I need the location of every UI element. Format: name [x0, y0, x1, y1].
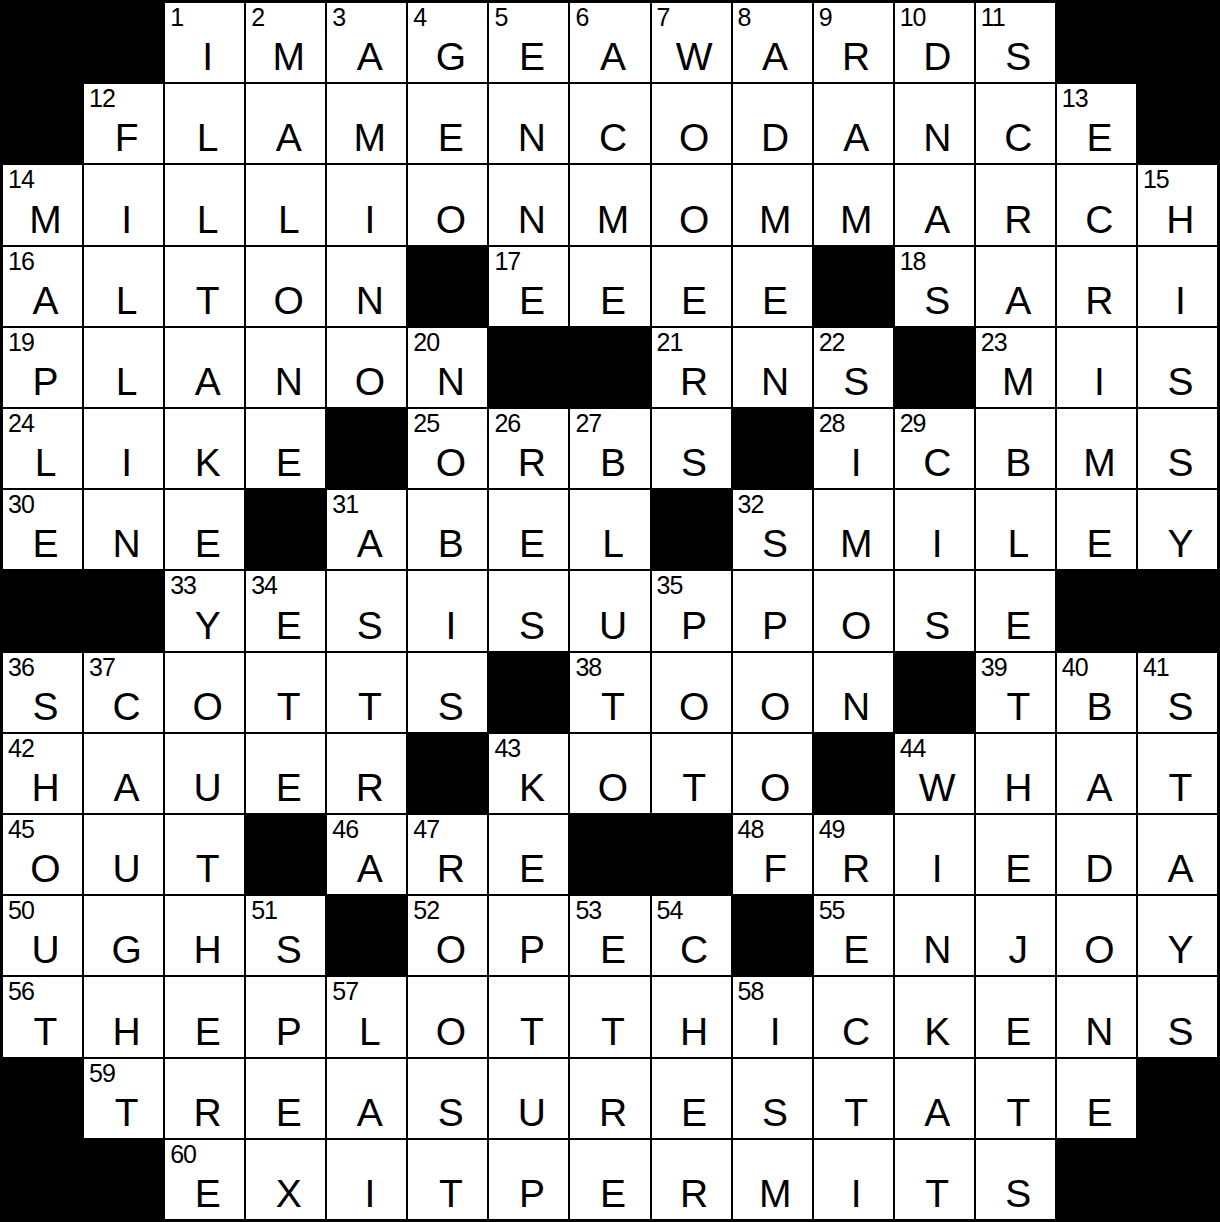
cell-letter: F [739, 849, 812, 888]
cell-letter: M [820, 200, 893, 239]
grid-cell[interactable]: 4G [408, 3, 487, 82]
grid-cell[interactable]: 26R [489, 409, 568, 488]
cell-letter: A [901, 200, 974, 239]
grid-cell[interactable]: N [489, 84, 568, 163]
grid-cell[interactable]: G [84, 896, 163, 975]
grid-cell[interactable]: O [733, 734, 812, 813]
cell-letter: O [658, 200, 731, 239]
cell-letter: P [658, 606, 731, 645]
grid-cell[interactable]: E [489, 490, 568, 569]
cell-letter: O [739, 768, 812, 807]
grid-cell[interactable]: O [652, 84, 731, 163]
grid-cell[interactable]: 54C [652, 896, 731, 975]
grid-cell[interactable]: A [1057, 734, 1136, 813]
cell-letter: S [333, 606, 406, 645]
grid-cell[interactable]: E [652, 1059, 731, 1138]
grid-cell[interactable]: 38T [570, 653, 649, 732]
clue-number: 6 [575, 5, 588, 30]
grid-cell[interactable]: U [84, 815, 163, 894]
grid-cell[interactable]: O [246, 247, 325, 326]
grid-cell[interactable]: S [408, 1059, 487, 1138]
grid-cell[interactable]: E [976, 977, 1055, 1056]
cell-letter: S [495, 606, 568, 645]
cell-letter: L [90, 281, 163, 320]
grid-cell[interactable]: 8A [733, 3, 812, 82]
grid-cell[interactable]: H [652, 977, 731, 1056]
grid-cell[interactable]: 44W [895, 734, 974, 813]
cell-letter: C [1063, 200, 1136, 239]
grid-cell[interactable]: C [570, 84, 649, 163]
cell-letter: T [414, 1174, 487, 1213]
grid-cell[interactable]: P [489, 896, 568, 975]
cell-letter: S [414, 1093, 487, 1132]
grid-cell[interactable]: A [84, 734, 163, 813]
grid-cell[interactable]: R [570, 1059, 649, 1138]
grid-cell[interactable]: 58I [733, 977, 812, 1056]
grid-cell[interactable]: K [165, 409, 244, 488]
grid-cell[interactable]: 56T [3, 977, 82, 1056]
cell-letter: M [576, 200, 649, 239]
grid-cell[interactable]: R [976, 165, 1055, 244]
grid-cell[interactable]: Y [1138, 896, 1217, 975]
cell-letter: L [576, 524, 649, 563]
grid-cell[interactable]: 5E [489, 3, 568, 82]
cell-letter: N [495, 118, 568, 157]
grid-cell[interactable]: N [246, 328, 325, 407]
grid-cell[interactable]: O [652, 165, 731, 244]
cell-letter: T [982, 687, 1055, 726]
cell-letter: I [1063, 362, 1136, 401]
grid-cell[interactable]: S [408, 653, 487, 732]
grid-cell[interactable]: H [976, 734, 1055, 813]
cell-letter: I [739, 1012, 812, 1051]
cell-letter: E [252, 768, 325, 807]
grid-cell[interactable]: N [327, 247, 406, 326]
grid-cell[interactable]: L [976, 490, 1055, 569]
grid-cell[interactable]: E [570, 1140, 649, 1219]
cell-letter: E [171, 1012, 244, 1051]
grid-cell[interactable]: T [165, 815, 244, 894]
cell-letter: O [658, 118, 731, 157]
grid-cell[interactable]: I [814, 1140, 893, 1219]
block-cell [3, 571, 82, 650]
grid-cell[interactable]: 24L [3, 409, 82, 488]
grid-cell[interactable]: 14M [3, 165, 82, 244]
clue-number: 35 [657, 573, 683, 598]
grid-cell[interactable]: T [327, 653, 406, 732]
cell-letter: C [982, 118, 1055, 157]
clue-number: 27 [575, 411, 601, 436]
cell-letter: N [739, 362, 812, 401]
cell-letter: E [1063, 118, 1136, 157]
grid-cell[interactable]: 43K [489, 734, 568, 813]
grid-cell[interactable]: N [733, 328, 812, 407]
clue-number: 34 [251, 573, 277, 598]
grid-cell[interactable]: B [976, 409, 1055, 488]
clue-number: 19 [8, 330, 34, 355]
grid-cell[interactable]: E [570, 247, 649, 326]
cell-letter: A [171, 362, 244, 401]
cell-letter: E [495, 37, 568, 76]
grid-cell[interactable]: P [246, 977, 325, 1056]
grid-cell[interactable]: S [1138, 977, 1217, 1056]
grid-cell[interactable]: I [84, 409, 163, 488]
grid-cell[interactable]: S [327, 571, 406, 650]
grid-cell[interactable]: E [246, 1059, 325, 1138]
cell-letter: N [901, 118, 974, 157]
grid-cell[interactable]: 11S [976, 3, 1055, 82]
clue-number: 57 [332, 979, 358, 1004]
cell-letter: R [658, 362, 731, 401]
grid-cell[interactable]: 49R [814, 815, 893, 894]
grid-cell[interactable]: T [895, 1140, 974, 1219]
grid-cell[interactable]: A [165, 328, 244, 407]
grid-cell[interactable]: 18S [895, 247, 974, 326]
grid-cell[interactable]: O [814, 571, 893, 650]
cell-letter: M [252, 37, 325, 76]
grid-cell[interactable]: 6A [570, 3, 649, 82]
grid-cell[interactable]: 2M [246, 3, 325, 82]
clue-number: 28 [819, 411, 845, 436]
grid-cell[interactable]: 9R [814, 3, 893, 82]
grid-cell[interactable]: T [1138, 734, 1217, 813]
grid-cell[interactable]: 15H [1138, 165, 1217, 244]
grid-cell[interactable]: M [327, 84, 406, 163]
grid-cell[interactable]: 13E [1057, 84, 1136, 163]
grid-cell[interactable]: T [165, 247, 244, 326]
cell-letter: S [739, 1093, 812, 1132]
grid-cell[interactable]: L [165, 165, 244, 244]
block-cell [895, 653, 974, 732]
grid-cell[interactable]: 27B [570, 409, 649, 488]
grid-cell[interactable]: T [652, 734, 731, 813]
cell-letter: A [90, 768, 163, 807]
clue-number: 56 [8, 979, 34, 1004]
block-cell [84, 571, 163, 650]
grid-cell[interactable]: S [489, 571, 568, 650]
grid-cell[interactable]: 55E [814, 896, 893, 975]
block-cell [1138, 1059, 1217, 1138]
grid-cell[interactable]: 34E [246, 571, 325, 650]
grid-cell[interactable]: A [246, 84, 325, 163]
cell-letter: G [414, 37, 487, 76]
cell-letter: T [901, 1174, 974, 1213]
cell-letter: C [820, 1012, 893, 1051]
grid-cell[interactable]: A [1138, 815, 1217, 894]
grid-cell[interactable]: 53E [570, 896, 649, 975]
grid-cell[interactable]: T [814, 1059, 893, 1138]
grid-cell[interactable]: 42H [3, 734, 82, 813]
cell-letter: H [9, 768, 82, 807]
cell-letter: B [414, 524, 487, 563]
cell-letter: P [495, 930, 568, 969]
clue-number: 29 [900, 411, 926, 436]
cell-letter: S [982, 37, 1055, 76]
cell-letter: T [9, 1012, 82, 1051]
grid-cell[interactable]: D [1057, 815, 1136, 894]
grid-cell[interactable]: 23M [976, 328, 1055, 407]
grid-cell[interactable]: O [327, 328, 406, 407]
grid-cell[interactable]: 31A [327, 490, 406, 569]
clue-number: 39 [981, 655, 1007, 680]
cell-letter: S [9, 687, 82, 726]
grid-cell[interactable]: T [570, 977, 649, 1056]
cell-letter: W [658, 37, 731, 76]
grid-cell[interactable]: 22S [814, 328, 893, 407]
grid-cell[interactable]: T [489, 977, 568, 1056]
grid-cell[interactable]: N [1057, 977, 1136, 1056]
cell-letter: M [820, 524, 893, 563]
cell-letter: L [171, 200, 244, 239]
cell-letter: A [333, 1093, 406, 1132]
grid-cell[interactable]: 59T [84, 1059, 163, 1138]
clue-number: 14 [8, 167, 34, 192]
grid-cell[interactable]: I [895, 815, 974, 894]
cell-letter: E [1063, 1093, 1136, 1132]
grid-cell[interactable]: 20N [408, 328, 487, 407]
grid-cell[interactable]: M [814, 165, 893, 244]
grid-cell[interactable]: 33Y [165, 571, 244, 650]
grid-cell[interactable]: N [84, 490, 163, 569]
grid-cell[interactable]: O [733, 653, 812, 732]
grid-cell[interactable]: M [1057, 409, 1136, 488]
grid-cell[interactable]: L [84, 247, 163, 326]
clue-number: 2 [251, 5, 264, 30]
block-cell [489, 653, 568, 732]
grid-cell[interactable]: 45O [3, 815, 82, 894]
clue-number: 18 [900, 249, 926, 274]
grid-cell[interactable]: 30E [3, 490, 82, 569]
grid-cell[interactable]: E [489, 815, 568, 894]
grid-cell[interactable]: 19P [3, 328, 82, 407]
grid-cell[interactable]: I [1057, 328, 1136, 407]
cell-letter: E [982, 1012, 1055, 1051]
grid-cell[interactable]: 29C [895, 409, 974, 488]
grid-cell[interactable]: O [165, 653, 244, 732]
grid-cell[interactable]: I [84, 165, 163, 244]
grid-cell[interactable]: E [976, 571, 1055, 650]
grid-cell[interactable]: E [652, 247, 731, 326]
cell-letter: N [414, 362, 487, 401]
grid-cell[interactable]: L [246, 165, 325, 244]
grid-cell[interactable]: O [408, 165, 487, 244]
grid-cell[interactable]: 25O [408, 409, 487, 488]
clue-number: 30 [8, 492, 34, 517]
grid-cell[interactable]: A [814, 84, 893, 163]
cell-letter: H [171, 930, 244, 969]
cell-letter: T [90, 1093, 163, 1132]
clue-number: 60 [170, 1142, 196, 1167]
grid-cell[interactable]: X [246, 1140, 325, 1219]
cell-letter: R [495, 443, 568, 482]
grid-cell[interactable]: N [814, 653, 893, 732]
grid-cell[interactable]: A [895, 165, 974, 244]
cell-letter: N [495, 200, 568, 239]
grid-cell[interactable]: 36S [3, 653, 82, 732]
grid-cell[interactable]: 46A [327, 815, 406, 894]
grid-cell[interactable]: R [1057, 247, 1136, 326]
grid-cell[interactable]: R [652, 1140, 731, 1219]
grid-cell[interactable]: 52O [408, 896, 487, 975]
grid-cell[interactable]: 37C [84, 653, 163, 732]
grid-cell[interactable]: 17E [489, 247, 568, 326]
grid-cell[interactable]: 41S [1138, 653, 1217, 732]
grid-cell[interactable]: H [165, 896, 244, 975]
grid-cell[interactable]: I [408, 571, 487, 650]
grid-cell[interactable]: L [165, 84, 244, 163]
grid-cell[interactable]: 21R [652, 328, 731, 407]
clue-number: 12 [89, 86, 115, 111]
cell-letter: N [901, 930, 974, 969]
grid-cell[interactable]: I [327, 165, 406, 244]
grid-cell[interactable]: E [976, 815, 1055, 894]
grid-cell[interactable]: C [1057, 165, 1136, 244]
block-cell [3, 3, 82, 82]
grid-cell[interactable]: 10D [895, 3, 974, 82]
grid-cell[interactable]: L [84, 328, 163, 407]
grid-cell[interactable]: 51S [246, 896, 325, 975]
cell-letter: M [739, 200, 812, 239]
cell-letter: B [982, 443, 1055, 482]
grid-cell[interactable]: 48F [733, 815, 812, 894]
grid-cell[interactable]: 32S [733, 490, 812, 569]
cell-letter: U [495, 1093, 568, 1132]
block-cell [570, 815, 649, 894]
grid-cell[interactable]: M [733, 165, 812, 244]
grid-cell[interactable]: K [895, 977, 974, 1056]
grid-cell[interactable]: E [165, 977, 244, 1056]
grid-cell[interactable]: 3A [327, 3, 406, 82]
grid-cell[interactable]: S [976, 1140, 1055, 1219]
grid-cell[interactable]: R [327, 734, 406, 813]
grid-cell[interactable]: D [733, 84, 812, 163]
grid-cell[interactable]: O [570, 734, 649, 813]
grid-cell[interactable]: E [733, 247, 812, 326]
clue-number: 40 [1062, 655, 1088, 680]
cell-letter: I [901, 524, 974, 563]
cell-letter: O [414, 930, 487, 969]
grid-cell[interactable]: 28I [814, 409, 893, 488]
grid-cell[interactable]: E [408, 84, 487, 163]
grid-cell[interactable]: M [814, 490, 893, 569]
grid-cell[interactable]: 57L [327, 977, 406, 1056]
grid-cell[interactable]: M [733, 1140, 812, 1219]
cell-letter: S [901, 606, 974, 645]
cell-letter: F [90, 118, 163, 157]
clue-number: 7 [657, 5, 670, 30]
grid-cell[interactable]: 60E [165, 1140, 244, 1219]
cell-letter: L [252, 200, 325, 239]
grid-cell[interactable]: 16A [3, 247, 82, 326]
grid-cell[interactable]: S [733, 1059, 812, 1138]
grid-cell[interactable]: P [489, 1140, 568, 1219]
grid-cell[interactable]: T [976, 1059, 1055, 1138]
cell-letter: A [1144, 849, 1217, 888]
grid-cell[interactable]: R [165, 1059, 244, 1138]
grid-cell[interactable]: A [976, 247, 1055, 326]
grid-cell[interactable]: 35P [652, 571, 731, 650]
grid-cell[interactable]: 7W [652, 3, 731, 82]
grid-cell[interactable]: I [895, 490, 974, 569]
clue-number: 17 [494, 249, 520, 274]
grid-cell[interactable]: I [1138, 247, 1217, 326]
grid-cell[interactable]: C [814, 977, 893, 1056]
grid-cell[interactable]: E [246, 409, 325, 488]
grid-cell[interactable]: N [489, 165, 568, 244]
cell-letter: N [252, 362, 325, 401]
grid-cell[interactable]: 39T [976, 653, 1055, 732]
clue-number: 43 [494, 736, 520, 761]
grid-cell[interactable]: M [570, 165, 649, 244]
grid-cell[interactable]: P [733, 571, 812, 650]
grid-cell[interactable]: H [84, 977, 163, 1056]
grid-cell[interactable]: I [327, 1140, 406, 1219]
cell-letter: E [982, 606, 1055, 645]
grid-cell[interactable]: E [165, 490, 244, 569]
clue-number: 49 [819, 817, 845, 842]
clue-number: 59 [89, 1061, 115, 1086]
grid-cell[interactable]: S [652, 409, 731, 488]
grid-cell[interactable]: 50U [3, 896, 82, 975]
block-cell [327, 896, 406, 975]
grid-cell[interactable]: 1I [165, 3, 244, 82]
grid-cell[interactable]: L [570, 490, 649, 569]
grid-cell[interactable]: 47R [408, 815, 487, 894]
cell-letter: H [658, 1012, 731, 1051]
grid-cell[interactable]: U [489, 1059, 568, 1138]
cell-letter: E [9, 524, 82, 563]
cell-letter: U [171, 768, 244, 807]
grid-cell[interactable]: O [1057, 896, 1136, 975]
cell-letter: E [576, 281, 649, 320]
grid-cell[interactable]: U [165, 734, 244, 813]
cell-letter: I [820, 1174, 893, 1213]
cell-letter: K [901, 1012, 974, 1051]
grid-cell[interactable]: S [1138, 328, 1217, 407]
grid-cell[interactable]: N [895, 896, 974, 975]
grid-cell[interactable]: Y [1138, 490, 1217, 569]
grid-cell[interactable]: 40B [1057, 653, 1136, 732]
grid-cell[interactable]: 12F [84, 84, 163, 163]
grid-cell[interactable]: C [976, 84, 1055, 163]
cell-letter: H [1144, 200, 1217, 239]
grid-cell[interactable]: T [246, 653, 325, 732]
cell-letter: T [576, 687, 649, 726]
grid-cell[interactable]: N [895, 84, 974, 163]
grid-cell[interactable]: S [895, 571, 974, 650]
block-cell [652, 815, 731, 894]
grid-cell[interactable]: J [976, 896, 1055, 975]
grid-cell[interactable]: S [1138, 409, 1217, 488]
grid-cell[interactable]: B [408, 490, 487, 569]
grid-cell[interactable]: A [895, 1059, 974, 1138]
clue-number: 4 [413, 5, 426, 30]
grid-cell[interactable]: T [408, 1140, 487, 1219]
grid-cell[interactable]: O [408, 977, 487, 1056]
cell-letter: T [333, 687, 406, 726]
cell-letter: E [252, 1093, 325, 1132]
clue-number: 24 [8, 411, 34, 436]
grid-cell[interactable]: E [1057, 1059, 1136, 1138]
cell-letter: Y [171, 606, 244, 645]
grid-cell[interactable]: E [246, 734, 325, 813]
grid-cell[interactable]: E [1057, 490, 1136, 569]
grid-cell[interactable]: O [652, 653, 731, 732]
clue-number: 23 [981, 330, 1007, 355]
grid-cell[interactable]: A [327, 1059, 406, 1138]
block-cell [489, 328, 568, 407]
grid-cell[interactable]: U [570, 571, 649, 650]
